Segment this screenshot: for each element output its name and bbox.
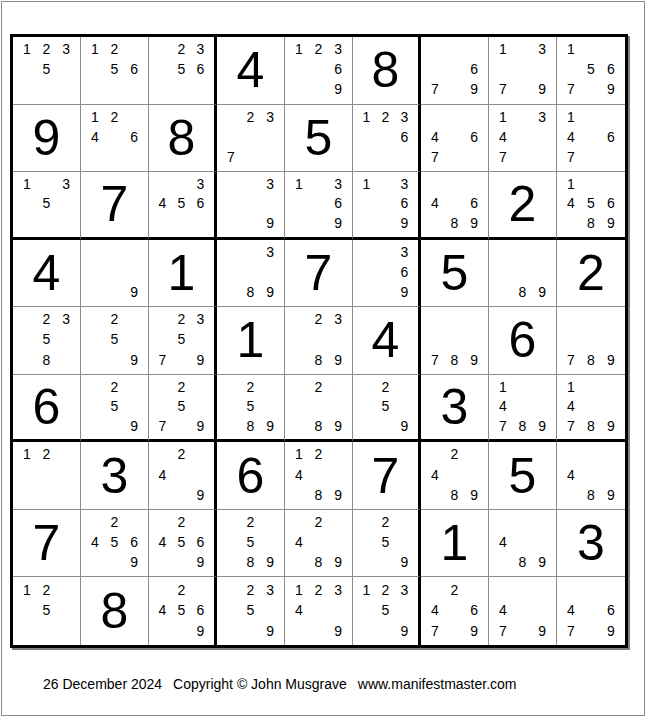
empty-candidate-slot <box>153 79 172 99</box>
candidate-9: 9 <box>328 485 348 505</box>
candidate-3: 3 <box>395 174 414 194</box>
candidate-3: 3 <box>532 39 552 59</box>
empty-candidate-slot <box>376 552 395 572</box>
empty-candidate-slot <box>464 39 484 59</box>
candidate-2: 2 <box>241 377 261 397</box>
empty-candidate-slot <box>513 59 533 79</box>
candidate-9: 9 <box>191 485 210 505</box>
candidate-5: 5 <box>172 600 191 621</box>
empty-candidate-slot <box>309 59 329 79</box>
cell-r8c5[interactable]: 2489 <box>285 510 353 578</box>
empty-candidate-slot <box>85 552 105 572</box>
cell-r4c5[interactable]: 7 <box>285 240 353 308</box>
candidate-8: 8 <box>513 552 533 572</box>
empty-candidate-slot <box>601 39 621 59</box>
candidate-6: 6 <box>191 194 210 214</box>
candidate-5: 5 <box>172 59 191 79</box>
cell-r9c6[interactable]: 12359 <box>353 577 421 645</box>
cell-r4c7[interactable]: 5 <box>421 240 489 308</box>
cell-r5c2[interactable]: 259 <box>81 307 149 375</box>
cell-r2c5[interactable]: 5 <box>285 105 353 173</box>
cell-r9c9[interactable]: 4679 <box>557 577 625 645</box>
cell-r5c5[interactable]: 2389 <box>285 307 353 375</box>
empty-candidate-slot <box>601 147 621 167</box>
candidate-5: 5 <box>241 600 261 621</box>
pencil-marks: 15679 <box>557 37 625 104</box>
empty-candidate-slot <box>561 444 581 464</box>
pencil-marks: 467 <box>421 105 488 172</box>
cell-r2c9[interactable]: 1467 <box>557 105 625 173</box>
empty-candidate-slot <box>357 147 376 167</box>
cell-r7c2[interactable]: 3 <box>81 442 149 510</box>
cell-r9c8[interactable]: 479 <box>489 577 557 645</box>
empty-candidate-slot <box>260 532 280 552</box>
cell-r5c4[interactable]: 1 <box>217 307 285 375</box>
candidate-4: 4 <box>493 532 513 552</box>
cell-r1c6[interactable]: 8 <box>353 37 421 105</box>
empty-candidate-slot <box>376 416 395 436</box>
empty-candidate-slot <box>395 532 414 552</box>
candidate-8: 8 <box>581 416 601 436</box>
empty-candidate-slot <box>172 485 191 505</box>
cell-r2c3[interactable]: 8 <box>149 105 217 173</box>
candidate-8: 8 <box>309 552 329 572</box>
candidate-9: 9 <box>601 79 621 99</box>
candidate-9: 9 <box>328 79 348 99</box>
pencil-marks: 12359 <box>353 577 418 645</box>
candidate-9: 9 <box>260 416 280 436</box>
cell-r5c1[interactable]: 2358 <box>13 307 81 375</box>
candidate-3: 3 <box>191 39 210 59</box>
empty-candidate-slot <box>376 127 395 147</box>
candidate-5: 5 <box>37 329 57 349</box>
candidate-7: 7 <box>221 147 241 167</box>
empty-candidate-slot <box>493 242 513 262</box>
cell-r4c9[interactable]: 2 <box>557 240 625 308</box>
cell-r7c4[interactable]: 6 <box>217 442 285 510</box>
cell-r9c5[interactable]: 12349 <box>285 577 353 645</box>
empty-candidate-slot <box>85 329 105 349</box>
candidate-3: 3 <box>395 242 414 262</box>
cell-r8c7[interactable]: 1 <box>421 510 489 578</box>
candidate-2: 2 <box>376 107 395 127</box>
candidate-9: 9 <box>601 620 621 641</box>
candidate-6: 6 <box>395 194 414 214</box>
candidate-4: 4 <box>561 127 581 147</box>
cell-r6c1[interactable]: 6 <box>13 375 81 443</box>
empty-candidate-slot <box>289 213 309 233</box>
candidate-6: 6 <box>124 59 144 79</box>
empty-candidate-slot <box>124 147 144 167</box>
solved-digit: 5 <box>489 442 556 509</box>
candidate-8: 8 <box>37 350 57 370</box>
pencil-marks: 2389 <box>285 307 352 374</box>
empty-candidate-slot <box>17 79 37 99</box>
candidate-1: 1 <box>561 377 581 397</box>
candidate-9: 9 <box>124 552 144 572</box>
cell-r3c5[interactable]: 1369 <box>285 172 353 240</box>
pencil-marks: 14789 <box>557 375 625 440</box>
cell-r2c6[interactable]: 1236 <box>353 105 421 173</box>
candidate-5: 5 <box>105 396 125 416</box>
candidate-4: 4 <box>425 127 445 147</box>
cell-r1c4[interactable]: 4 <box>217 37 285 105</box>
candidate-3: 3 <box>260 579 280 600</box>
solved-digit: 9 <box>13 105 80 172</box>
empty-candidate-slot <box>221 512 241 532</box>
candidate-9: 9 <box>601 416 621 436</box>
cell-r2c4[interactable]: 237 <box>217 105 285 173</box>
candidate-2: 2 <box>376 579 395 600</box>
empty-candidate-slot <box>37 485 57 505</box>
empty-candidate-slot <box>395 396 414 416</box>
pencil-marks: 2579 <box>149 375 214 440</box>
cell-r7c6[interactable]: 7 <box>353 442 421 510</box>
empty-candidate-slot <box>221 600 241 621</box>
solved-digit: 5 <box>421 240 488 307</box>
cell-r6c7[interactable]: 3 <box>421 375 489 443</box>
empty-candidate-slot <box>581 329 601 349</box>
cell-r1c7[interactable]: 679 <box>421 37 489 105</box>
cell-r6c2[interactable]: 259 <box>81 375 149 443</box>
cell-r8c4[interactable]: 2589 <box>217 510 285 578</box>
cell-r1c3[interactable]: 2356 <box>149 37 217 105</box>
cell-r7c7[interactable]: 2489 <box>421 442 489 510</box>
cell-r2c7[interactable]: 467 <box>421 105 489 173</box>
candidate-5: 5 <box>172 396 191 416</box>
empty-candidate-slot <box>445 329 465 349</box>
cell-r9c7[interactable]: 24679 <box>421 577 489 645</box>
cell-r6c9[interactable]: 14789 <box>557 375 625 443</box>
cell-r7c3[interactable]: 249 <box>149 442 217 510</box>
cell-r9c2[interactable]: 8 <box>81 577 149 645</box>
candidate-9: 9 <box>464 79 484 99</box>
candidate-4: 4 <box>493 600 513 621</box>
cell-r8c9[interactable]: 3 <box>557 510 625 578</box>
candidate-6: 6 <box>124 127 144 147</box>
solved-digit: 6 <box>489 307 556 374</box>
empty-candidate-slot <box>464 174 484 194</box>
cell-r8c6[interactable]: 259 <box>353 510 421 578</box>
cell-r7c9[interactable]: 489 <box>557 442 625 510</box>
cell-r8c8[interactable]: 489 <box>489 510 557 578</box>
cell-r3c7[interactable]: 4689 <box>421 172 489 240</box>
candidate-6: 6 <box>464 194 484 214</box>
cell-r4c3[interactable]: 1 <box>149 240 217 308</box>
empty-candidate-slot <box>56 79 76 99</box>
pencil-marks: 3456 <box>149 172 214 237</box>
cell-r6c3[interactable]: 2579 <box>149 375 217 443</box>
candidate-8: 8 <box>241 416 261 436</box>
cell-r2c1[interactable]: 9 <box>13 105 81 173</box>
candidate-6: 6 <box>191 600 210 621</box>
candidate-4: 4 <box>153 465 172 485</box>
candidate-6: 6 <box>328 59 348 79</box>
empty-candidate-slot <box>260 262 280 282</box>
empty-candidate-slot <box>221 194 241 214</box>
empty-candidate-slot <box>153 620 172 641</box>
empty-candidate-slot <box>328 396 348 416</box>
candidate-8: 8 <box>445 350 465 370</box>
candidate-6: 6 <box>395 262 414 282</box>
pencil-marks: 489 <box>489 510 556 577</box>
pencil-marks: 12 <box>13 442 80 509</box>
candidate-2: 2 <box>309 39 329 59</box>
empty-candidate-slot <box>425 213 445 233</box>
empty-candidate-slot <box>124 262 144 282</box>
cell-r9c1[interactable]: 125 <box>13 577 81 645</box>
empty-candidate-slot <box>581 107 601 127</box>
candidate-9: 9 <box>532 282 552 302</box>
cell-r6c5[interactable]: 289 <box>285 375 353 443</box>
pencil-marks: 1467 <box>557 105 625 172</box>
empty-candidate-slot <box>153 552 172 572</box>
empty-candidate-slot <box>581 600 601 621</box>
candidate-9: 9 <box>260 213 280 233</box>
cell-r4c2[interactable]: 9 <box>81 240 149 308</box>
pencil-marks: 259 <box>81 307 148 374</box>
cell-r1c9[interactable]: 15679 <box>557 37 625 105</box>
cell-r1c2[interactable]: 1256 <box>81 37 149 105</box>
candidate-9: 9 <box>191 416 210 436</box>
empty-candidate-slot <box>513 242 533 262</box>
empty-candidate-slot <box>493 262 513 282</box>
empty-candidate-slot <box>357 262 376 282</box>
cell-r7c8[interactable]: 5 <box>489 442 557 510</box>
empty-candidate-slot <box>260 377 280 397</box>
cell-r4c1[interactable]: 4 <box>13 240 81 308</box>
empty-candidate-slot <box>581 79 601 99</box>
empty-candidate-slot <box>328 444 348 464</box>
empty-candidate-slot <box>581 174 601 194</box>
cell-r3c4[interactable]: 39 <box>217 172 285 240</box>
candidate-7: 7 <box>425 79 445 99</box>
candidate-9: 9 <box>124 350 144 370</box>
empty-candidate-slot <box>105 79 125 99</box>
empty-candidate-slot <box>191 444 210 464</box>
cell-r3c6[interactable]: 1369 <box>353 172 421 240</box>
empty-candidate-slot <box>289 59 309 79</box>
candidate-3: 3 <box>260 242 280 262</box>
empty-candidate-slot <box>309 532 329 552</box>
candidate-4: 4 <box>153 194 172 214</box>
empty-candidate-slot <box>309 213 329 233</box>
candidate-1: 1 <box>289 444 309 464</box>
cell-r7c5[interactable]: 12489 <box>285 442 353 510</box>
candidate-2: 2 <box>376 512 395 532</box>
candidate-9: 9 <box>532 552 552 572</box>
cell-r3c8[interactable]: 2 <box>489 172 557 240</box>
candidate-9: 9 <box>191 552 210 572</box>
candidate-4: 4 <box>493 396 513 416</box>
cell-r1c8[interactable]: 1379 <box>489 37 557 105</box>
pencil-marks: 24569 <box>149 577 214 645</box>
candidate-5: 5 <box>241 396 261 416</box>
candidate-1: 1 <box>17 579 37 600</box>
pencil-marks: 12369 <box>285 37 352 104</box>
cell-r4c6[interactable]: 369 <box>353 240 421 308</box>
empty-candidate-slot <box>513 532 533 552</box>
candidate-1: 1 <box>357 579 376 600</box>
empty-candidate-slot <box>601 579 621 600</box>
candidate-9: 9 <box>191 350 210 370</box>
pencil-marks: 249 <box>149 442 214 509</box>
pencil-marks: 135 <box>13 172 80 237</box>
empty-candidate-slot <box>37 213 57 233</box>
empty-candidate-slot <box>191 377 210 397</box>
empty-candidate-slot <box>513 579 533 600</box>
empty-candidate-slot <box>601 309 621 329</box>
empty-candidate-slot <box>581 396 601 416</box>
empty-candidate-slot <box>85 350 105 370</box>
empty-candidate-slot <box>425 107 445 127</box>
cell-r5c8[interactable]: 6 <box>489 307 557 375</box>
candidate-2: 2 <box>37 39 57 59</box>
empty-candidate-slot <box>289 329 309 349</box>
cell-r2c8[interactable]: 1347 <box>489 105 557 173</box>
empty-candidate-slot <box>395 600 414 621</box>
candidate-5: 5 <box>241 532 261 552</box>
candidate-9: 9 <box>395 552 414 572</box>
candidate-8: 8 <box>445 485 465 505</box>
empty-candidate-slot <box>289 309 309 329</box>
candidate-3: 3 <box>56 309 76 329</box>
cell-r8c2[interactable]: 24569 <box>81 510 149 578</box>
cell-r3c9[interactable]: 145689 <box>557 172 625 240</box>
empty-candidate-slot <box>513 107 533 127</box>
candidate-4: 4 <box>561 600 581 621</box>
cell-r1c5[interactable]: 12369 <box>285 37 353 105</box>
cell-r1c1[interactable]: 1235 <box>13 37 81 105</box>
empty-candidate-slot <box>221 377 241 397</box>
pencil-marks: 259 <box>353 375 418 440</box>
candidate-4: 4 <box>289 532 309 552</box>
cell-r5c6[interactable]: 4 <box>353 307 421 375</box>
cell-r5c3[interactable]: 23579 <box>149 307 217 375</box>
cell-r3c1[interactable]: 135 <box>13 172 81 240</box>
candidate-9: 9 <box>464 350 484 370</box>
pencil-marks: 2589 <box>217 510 284 577</box>
candidate-7: 7 <box>561 416 581 436</box>
sudoku-board: 1235125623564123698679137915679912468237… <box>10 34 628 648</box>
cell-r7c1[interactable]: 12 <box>13 442 81 510</box>
pencil-marks: 2356 <box>149 37 214 104</box>
empty-candidate-slot <box>221 174 241 194</box>
empty-candidate-slot <box>241 213 261 233</box>
candidate-3: 3 <box>260 174 280 194</box>
empty-candidate-slot <box>191 329 210 349</box>
empty-candidate-slot <box>532 242 552 262</box>
candidate-2: 2 <box>445 579 465 600</box>
candidate-4: 4 <box>561 194 581 214</box>
cell-r5c7[interactable]: 789 <box>421 307 489 375</box>
cell-r6c4[interactable]: 2589 <box>217 375 285 443</box>
pencil-marks: 9 <box>81 240 148 307</box>
candidate-5: 5 <box>37 59 57 79</box>
pencil-marks: 789 <box>557 307 625 374</box>
cell-r8c3[interactable]: 24569 <box>149 510 217 578</box>
empty-candidate-slot <box>221 282 241 302</box>
cell-r3c2[interactable]: 7 <box>81 172 149 240</box>
empty-candidate-slot <box>172 350 191 370</box>
empty-candidate-slot <box>191 213 210 233</box>
empty-candidate-slot <box>464 465 484 485</box>
candidate-3: 3 <box>328 174 348 194</box>
empty-candidate-slot <box>581 620 601 641</box>
cell-r6c8[interactable]: 14789 <box>489 375 557 443</box>
empty-candidate-slot <box>241 147 261 167</box>
cell-r9c3[interactable]: 24569 <box>149 577 217 645</box>
pencil-marks: 4689 <box>421 172 488 237</box>
cell-r9c4[interactable]: 2359 <box>217 577 285 645</box>
candidate-2: 2 <box>241 512 261 532</box>
empty-candidate-slot <box>56 329 76 349</box>
cell-r4c8[interactable]: 89 <box>489 240 557 308</box>
candidate-4: 4 <box>561 465 581 485</box>
candidate-5: 5 <box>581 59 601 79</box>
empty-candidate-slot <box>17 485 37 505</box>
candidate-2: 2 <box>309 309 329 329</box>
empty-candidate-slot <box>328 532 348 552</box>
empty-candidate-slot <box>581 147 601 167</box>
empty-candidate-slot <box>357 600 376 621</box>
pencil-marks: 23579 <box>149 307 214 374</box>
empty-candidate-slot <box>532 377 552 397</box>
candidate-2: 2 <box>172 309 191 329</box>
empty-candidate-slot <box>425 309 445 329</box>
cell-r8c1[interactable]: 7 <box>13 510 81 578</box>
candidate-9: 9 <box>328 350 348 370</box>
pencil-marks: 125 <box>13 577 80 645</box>
candidate-2: 2 <box>309 444 329 464</box>
empty-candidate-slot <box>56 444 76 464</box>
empty-candidate-slot <box>425 444 445 464</box>
candidate-6: 6 <box>601 59 621 79</box>
empty-candidate-slot <box>289 79 309 99</box>
empty-candidate-slot <box>289 377 309 397</box>
cell-r3c3[interactable]: 3456 <box>149 172 217 240</box>
empty-candidate-slot <box>445 620 465 641</box>
empty-candidate-slot <box>221 579 241 600</box>
candidate-9: 9 <box>328 416 348 436</box>
empty-candidate-slot <box>56 213 76 233</box>
pencil-marks: 1256 <box>81 37 148 104</box>
empty-candidate-slot <box>513 620 533 641</box>
candidate-2: 2 <box>105 377 125 397</box>
empty-candidate-slot <box>513 512 533 532</box>
cell-r5c9[interactable]: 789 <box>557 307 625 375</box>
pencil-marks: 89 <box>489 240 556 307</box>
cell-r4c4[interactable]: 389 <box>217 240 285 308</box>
footer-date: 26 December 2024 <box>43 677 162 691</box>
empty-candidate-slot <box>357 194 376 214</box>
empty-candidate-slot <box>289 194 309 214</box>
solved-digit: 3 <box>557 510 625 577</box>
solved-digit: 1 <box>149 240 214 307</box>
empty-candidate-slot <box>56 579 76 600</box>
candidate-5: 5 <box>105 532 125 552</box>
empty-candidate-slot <box>85 416 105 436</box>
empty-candidate-slot <box>221 107 241 127</box>
empty-candidate-slot <box>464 444 484 464</box>
cell-r6c6[interactable]: 259 <box>353 375 421 443</box>
empty-candidate-slot <box>532 512 552 532</box>
empty-candidate-slot <box>493 282 513 302</box>
candidate-7: 7 <box>493 416 513 436</box>
empty-candidate-slot <box>241 620 261 641</box>
cell-r2c2[interactable]: 1246 <box>81 105 149 173</box>
pencil-marks: 2358 <box>13 307 80 374</box>
